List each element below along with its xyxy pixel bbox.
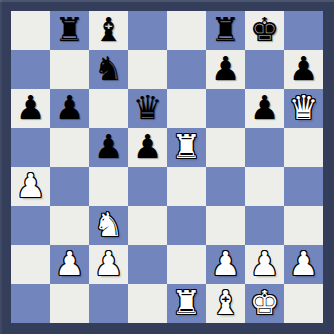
square-d5[interactable]: ♟ [128,128,167,167]
square-c7[interactable]: ♞ [89,50,128,89]
square-a4[interactable]: ♟ [11,167,50,206]
piece-white-queen[interactable]: ♛ [289,91,319,124]
square-h6[interactable]: ♛ [284,89,323,128]
square-a8[interactable] [11,11,50,50]
square-d6[interactable]: ♛ [128,89,167,128]
square-a7[interactable] [11,50,50,89]
square-h5[interactable] [284,128,323,167]
piece-black-pawn[interactable]: ♟ [16,91,46,124]
square-g2[interactable]: ♟ [245,245,284,284]
piece-white-king[interactable]: ♚ [250,286,280,319]
square-h2[interactable]: ♟ [284,245,323,284]
square-a5[interactable] [11,128,50,167]
square-e8[interactable] [167,11,206,50]
square-f3[interactable] [206,206,245,245]
piece-black-pawn[interactable]: ♟ [55,91,85,124]
square-g8[interactable]: ♚ [245,11,284,50]
square-h3[interactable] [284,206,323,245]
square-a3[interactable] [11,206,50,245]
square-f6[interactable] [206,89,245,128]
chess-board: ♜♝♜♚♞♟♟♟♟♛♟♛♟♟♜♟♞♟♟♟♟♟♜♝♚ [11,11,323,323]
square-a1[interactable] [11,284,50,323]
square-f1[interactable]: ♝ [206,284,245,323]
square-b5[interactable] [50,128,89,167]
square-e7[interactable] [167,50,206,89]
piece-white-rook[interactable]: ♜ [172,286,202,319]
square-f7[interactable]: ♟ [206,50,245,89]
square-h7[interactable]: ♟ [284,50,323,89]
piece-black-rook[interactable]: ♜ [55,13,85,46]
piece-white-rook[interactable]: ♜ [172,130,202,163]
piece-black-pawn[interactable]: ♟ [94,130,124,163]
piece-white-pawn[interactable]: ♟ [250,247,280,280]
square-c6[interactable] [89,89,128,128]
square-e2[interactable] [167,245,206,284]
square-d2[interactable] [128,245,167,284]
square-d4[interactable] [128,167,167,206]
square-b3[interactable] [50,206,89,245]
square-h4[interactable] [284,167,323,206]
square-e3[interactable] [167,206,206,245]
square-a2[interactable] [11,245,50,284]
piece-black-king[interactable]: ♚ [250,13,280,46]
piece-black-pawn[interactable]: ♟ [211,52,241,85]
square-g4[interactable] [245,167,284,206]
square-f8[interactable]: ♜ [206,11,245,50]
square-e1[interactable]: ♜ [167,284,206,323]
piece-white-pawn[interactable]: ♟ [16,169,46,202]
square-e4[interactable] [167,167,206,206]
piece-white-knight[interactable]: ♞ [94,208,124,241]
piece-white-bishop[interactable]: ♝ [211,286,241,319]
square-e6[interactable] [167,89,206,128]
square-c2[interactable]: ♟ [89,245,128,284]
square-b6[interactable]: ♟ [50,89,89,128]
piece-white-pawn[interactable]: ♟ [55,247,85,280]
piece-black-pawn[interactable]: ♟ [133,130,163,163]
square-b8[interactable]: ♜ [50,11,89,50]
piece-black-pawn[interactable]: ♟ [250,91,280,124]
square-c8[interactable]: ♝ [89,11,128,50]
piece-white-pawn[interactable]: ♟ [211,247,241,280]
square-c5[interactable]: ♟ [89,128,128,167]
square-e5[interactable]: ♜ [167,128,206,167]
square-a6[interactable]: ♟ [11,89,50,128]
square-h1[interactable] [284,284,323,323]
piece-black-queen[interactable]: ♛ [133,91,163,124]
square-b1[interactable] [50,284,89,323]
piece-black-pawn[interactable]: ♟ [289,52,319,85]
board-frame: ♜♝♜♚♞♟♟♟♟♛♟♛♟♟♜♟♞♟♟♟♟♟♜♝♚ [0,0,334,334]
square-d8[interactable] [128,11,167,50]
square-h8[interactable] [284,11,323,50]
square-b4[interactable] [50,167,89,206]
square-c3[interactable]: ♞ [89,206,128,245]
square-d7[interactable] [128,50,167,89]
piece-white-pawn[interactable]: ♟ [289,247,319,280]
square-d1[interactable] [128,284,167,323]
piece-white-pawn[interactable]: ♟ [94,247,124,280]
square-f2[interactable]: ♟ [206,245,245,284]
square-g3[interactable] [245,206,284,245]
square-b2[interactable]: ♟ [50,245,89,284]
square-c1[interactable] [89,284,128,323]
square-f4[interactable] [206,167,245,206]
square-g6[interactable]: ♟ [245,89,284,128]
piece-black-knight[interactable]: ♞ [94,52,124,85]
square-d3[interactable] [128,206,167,245]
square-b7[interactable] [50,50,89,89]
square-g1[interactable]: ♚ [245,284,284,323]
square-g5[interactable] [245,128,284,167]
piece-black-bishop[interactable]: ♝ [94,13,124,46]
square-f5[interactable] [206,128,245,167]
square-g7[interactable] [245,50,284,89]
square-c4[interactable] [89,167,128,206]
piece-black-rook[interactable]: ♜ [211,13,241,46]
